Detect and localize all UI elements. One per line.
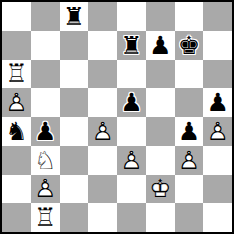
square-e4[interactable] [117, 117, 146, 146]
square-g8[interactable] [175, 2, 204, 31]
board-frame: ♜♜♟♚♜♖♟♙♟♟♞♟♟♙♟♟♙♞♘♟♙♟♙♟♙♚♔♜♖ [0, 0, 234, 234]
square-f3[interactable] [146, 146, 175, 175]
white-pawn: ♟♙ [175, 146, 204, 175]
piece-outline-layer: ♖ [2, 60, 31, 89]
square-g6[interactable] [175, 60, 204, 89]
square-h4[interactable]: ♟♙ [203, 117, 232, 146]
square-c3[interactable] [60, 146, 89, 175]
square-e1[interactable] [117, 203, 146, 232]
square-e8[interactable] [117, 2, 146, 31]
square-a4[interactable]: ♞ [2, 117, 31, 146]
black-king: ♚ [175, 31, 204, 60]
square-d2[interactable] [88, 175, 117, 204]
white-pawn: ♟♙ [31, 175, 60, 204]
chess-board: ♜♜♟♚♜♖♟♙♟♟♞♟♟♙♟♟♙♞♘♟♙♟♙♟♙♚♔♜♖ [2, 2, 232, 232]
square-c2[interactable] [60, 175, 89, 204]
square-b3[interactable]: ♞♘ [31, 146, 60, 175]
square-d6[interactable] [88, 60, 117, 89]
square-f5[interactable] [146, 88, 175, 117]
piece-outline-layer: ♖ [31, 203, 60, 232]
piece-outline-layer: ♔ [146, 175, 175, 204]
square-g7[interactable]: ♚ [175, 31, 204, 60]
square-a7[interactable] [2, 31, 31, 60]
square-d1[interactable] [88, 203, 117, 232]
square-b8[interactable] [31, 2, 60, 31]
square-h7[interactable] [203, 31, 232, 60]
square-d5[interactable] [88, 88, 117, 117]
square-e2[interactable] [117, 175, 146, 204]
square-h8[interactable] [203, 2, 232, 31]
white-pawn: ♟♙ [203, 117, 232, 146]
square-d4[interactable]: ♟♙ [88, 117, 117, 146]
piece-outline-layer: ♙ [88, 117, 117, 146]
piece-outline-layer: ♙ [31, 175, 60, 204]
square-d3[interactable] [88, 146, 117, 175]
square-g5[interactable] [175, 88, 204, 117]
square-c4[interactable] [60, 117, 89, 146]
square-h5[interactable]: ♟ [203, 88, 232, 117]
piece-outline-layer: ♙ [2, 88, 31, 117]
square-c7[interactable] [60, 31, 89, 60]
square-f2[interactable]: ♚♔ [146, 175, 175, 204]
black-knight: ♞ [2, 117, 31, 146]
black-pawn: ♟ [31, 117, 60, 146]
square-b5[interactable] [31, 88, 60, 117]
square-g2[interactable] [175, 175, 204, 204]
square-a5[interactable]: ♟♙ [2, 88, 31, 117]
square-f8[interactable] [146, 2, 175, 31]
piece-outline-layer: ♙ [175, 146, 204, 175]
square-c5[interactable] [60, 88, 89, 117]
square-f4[interactable] [146, 117, 175, 146]
black-pawn: ♟ [175, 117, 204, 146]
piece-outline-layer: ♙ [117, 146, 146, 175]
square-g1[interactable] [175, 203, 204, 232]
square-f1[interactable] [146, 203, 175, 232]
square-f7[interactable]: ♟ [146, 31, 175, 60]
square-b2[interactable]: ♟♙ [31, 175, 60, 204]
square-d7[interactable] [88, 31, 117, 60]
square-h1[interactable] [203, 203, 232, 232]
square-a6[interactable]: ♜♖ [2, 60, 31, 89]
black-pawn: ♟ [146, 31, 175, 60]
black-rook: ♜ [117, 31, 146, 60]
square-g3[interactable]: ♟♙ [175, 146, 204, 175]
square-f6[interactable] [146, 60, 175, 89]
square-c6[interactable] [60, 60, 89, 89]
square-b1[interactable]: ♜♖ [31, 203, 60, 232]
square-e5[interactable]: ♟ [117, 88, 146, 117]
square-b7[interactable] [31, 31, 60, 60]
white-rook: ♜♖ [2, 60, 31, 89]
square-h2[interactable] [203, 175, 232, 204]
black-pawn: ♟ [203, 88, 232, 117]
white-king: ♚♔ [146, 175, 175, 204]
square-a3[interactable] [2, 146, 31, 175]
white-rook: ♜♖ [31, 203, 60, 232]
square-b4[interactable]: ♟ [31, 117, 60, 146]
white-knight: ♞♘ [31, 146, 60, 175]
square-h3[interactable] [203, 146, 232, 175]
square-c8[interactable]: ♜ [60, 2, 89, 31]
white-pawn: ♟♙ [2, 88, 31, 117]
square-a2[interactable] [2, 175, 31, 204]
white-pawn: ♟♙ [88, 117, 117, 146]
square-d8[interactable] [88, 2, 117, 31]
piece-outline-layer: ♘ [31, 146, 60, 175]
square-b6[interactable] [31, 60, 60, 89]
square-e3[interactable]: ♟♙ [117, 146, 146, 175]
black-pawn: ♟ [117, 88, 146, 117]
square-g4[interactable]: ♟ [175, 117, 204, 146]
square-e7[interactable]: ♜ [117, 31, 146, 60]
black-rook: ♜ [60, 2, 89, 31]
square-a1[interactable] [2, 203, 31, 232]
white-pawn: ♟♙ [117, 146, 146, 175]
square-e6[interactable] [117, 60, 146, 89]
square-c1[interactable] [60, 203, 89, 232]
piece-outline-layer: ♙ [203, 117, 232, 146]
square-h6[interactable] [203, 60, 232, 89]
square-a8[interactable] [2, 2, 31, 31]
